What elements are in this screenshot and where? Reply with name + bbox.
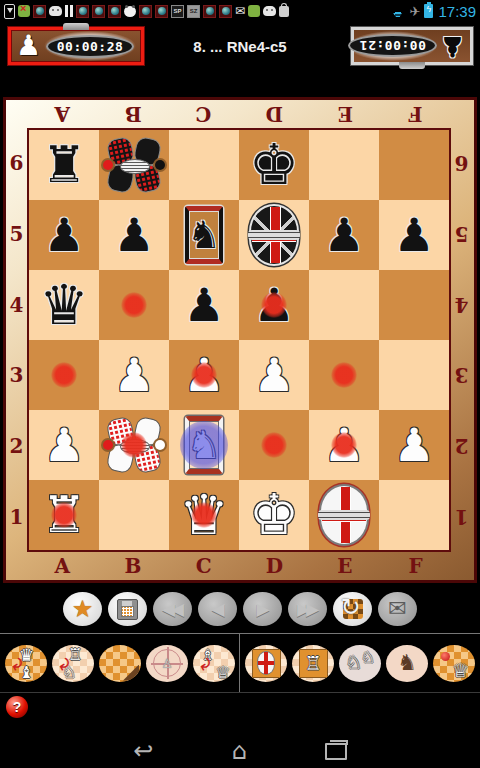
rank-label-3-left: 3 [6, 363, 27, 387]
flip-board-icon [343, 599, 363, 619]
gmail-icon: ✉ [235, 5, 245, 18]
square-a4[interactable]: ♛ [29, 270, 99, 340]
red-dot-overlay [331, 362, 357, 388]
piece-white-king: ♚ [249, 487, 299, 543]
square-e2[interactable]: ♟ [309, 410, 379, 480]
square-f4[interactable] [379, 270, 449, 340]
app-face-icon [263, 6, 276, 16]
queen-icon: ♕ [452, 661, 469, 680]
square-d5[interactable] [239, 200, 309, 270]
prev-move-button[interactable]: ◀ [198, 592, 237, 626]
square-f1[interactable] [379, 480, 449, 550]
palette-left-group: ♛♝↷♖♘↷♙♗♕↷ [0, 634, 240, 692]
variant-compass-pawn-button[interactable]: ♙ [146, 645, 188, 682]
red-dot-overlay [51, 362, 77, 388]
board-frame: ABCDEF 654321 ♜♚♟♟♞♟♟♛♟♟♟♟♟♟♞♟♟♜♛♚ 65432… [3, 97, 477, 583]
square-e1[interactable] [309, 480, 379, 550]
file-labels-bottom: ABCDEF [27, 552, 451, 580]
piece-black-pawn: ♟ [323, 212, 364, 258]
globe-notification-icon [139, 5, 152, 18]
piece-palette: ♛♝↷♖♘↷♙♗♕↷ ♖♘♘♞♕ [0, 633, 480, 693]
square-d6[interactable]: ♚ [239, 130, 309, 200]
skip-end-icon: ▶▶ [297, 601, 318, 618]
square-f5[interactable]: ♟ [379, 200, 449, 270]
app-face-icon [49, 6, 62, 16]
file-label-c-top: C [168, 102, 239, 126]
square-b2[interactable] [99, 410, 169, 480]
square-d1[interactable]: ♚ [239, 480, 309, 550]
square-b4[interactable] [99, 270, 169, 340]
square-b6[interactable] [99, 130, 169, 200]
chess-board: ♜♚♟♟♞♟♟♛♟♟♟♟♟♟♞♟♟♜♛♚ [27, 128, 451, 552]
square-b5[interactable]: ♟ [99, 200, 169, 270]
file-label-a-bottom: A [27, 554, 98, 578]
file-labels-top: ABCDEF [27, 100, 451, 128]
status-clock: 17:39 [438, 3, 476, 20]
piece-white-cross-piece [321, 486, 367, 544]
globe-notification-icon [92, 5, 105, 18]
red-dot-overlay [121, 292, 147, 318]
globe-notification-icon [33, 5, 46, 18]
next-icon: ▶ [256, 601, 268, 618]
red-dot-overlay [261, 432, 287, 458]
file-label-e-bottom: E [310, 554, 381, 578]
square-c5[interactable]: ♞ [169, 200, 239, 270]
red-dot-overlay [191, 362, 217, 388]
nav-back-icon[interactable]: ↩ [133, 739, 153, 763]
file-label-a-top: A [27, 102, 98, 126]
square-a1[interactable]: ♜ [29, 480, 99, 550]
red-dot-overlay [331, 432, 357, 458]
status-bar: SPSZ✉ ✈ 17:39 [0, 0, 480, 22]
file-label-c-bottom: C [168, 554, 239, 578]
piece-white-pawn: ♟ [253, 352, 294, 398]
piece-white-pawn: ♟ [393, 422, 434, 468]
red-dot-overlay [121, 432, 147, 458]
skip-start-icon: ◀◀ [162, 601, 183, 618]
square-d2[interactable] [239, 410, 309, 480]
android-robot-icon [248, 5, 260, 17]
square-f6[interactable] [379, 130, 449, 200]
rank-labels-right: 654321 [451, 128, 472, 552]
rose-icon [441, 652, 450, 661]
black-pawn-icon: ♟ [440, 31, 465, 61]
rank-label-2-left: 2 [6, 434, 27, 458]
usb-battery-icon [4, 4, 15, 19]
next-move-button[interactable]: ▶ [243, 592, 282, 626]
file-label-f-bottom: F [380, 554, 451, 578]
app-screen: SPSZ✉ ✈ 17:39 ♟ 00:00:28 8. ... RNe4-c5 … [0, 0, 480, 768]
rank-label-6-left: 6 [6, 151, 27, 175]
file-label-e-top: E [310, 102, 381, 126]
android-error-icon [18, 5, 30, 17]
red-dot-overlay [261, 292, 287, 318]
square-c6[interactable] [169, 130, 239, 200]
floppy-save-icon [117, 599, 138, 620]
save-button[interactable] [108, 592, 147, 626]
globe-notification-icon [203, 5, 216, 18]
globe-notification-icon [155, 5, 168, 18]
piece-black-king: ♚ [249, 137, 299, 193]
square-c1[interactable]: ♛ [169, 480, 239, 550]
piece-black-pawn: ♟ [113, 212, 154, 258]
nav-recents-icon[interactable] [325, 743, 347, 760]
square-c2[interactable]: ♞ [169, 410, 239, 480]
black-clock-glow: 00:00:21 [348, 31, 437, 61]
square-a5[interactable]: ♟ [29, 200, 99, 270]
cross-piece-icon [252, 649, 281, 678]
variant-bishop-queen-button[interactable]: ♗♕↷ [193, 645, 235, 682]
pause-icon [65, 5, 73, 17]
rank-label-6-right: 6 [451, 151, 472, 175]
file-label-b-bottom: B [98, 554, 169, 578]
square-e3[interactable] [309, 340, 379, 410]
square-e6[interactable] [309, 130, 379, 200]
favorite-button[interactable]: ★ [63, 592, 102, 626]
envelope-icon: ✉ [388, 598, 406, 620]
select-dark-knight-button[interactable]: ♞ [386, 645, 428, 682]
black-clock-time: 00:00:21 [348, 35, 437, 58]
rank-label-5-left: 5 [6, 222, 27, 246]
rook-frame-icon: ♖ [299, 649, 328, 678]
panda-app-icon [124, 6, 136, 17]
square-a3[interactable] [29, 340, 99, 410]
sz-icon: SZ [187, 5, 200, 18]
file-label-b-top: B [98, 102, 169, 126]
select-rook-button[interactable]: ♖ [292, 645, 334, 682]
flip-board-button[interactable] [333, 592, 372, 626]
file-label-d-top: D [239, 102, 310, 126]
footer-area: ? ↩ ⌂ [0, 693, 480, 768]
knight-icon: ♘ [345, 653, 362, 672]
square-c3[interactable]: ♟ [169, 340, 239, 410]
brush-icon [123, 665, 139, 681]
piece-black-quad-piece [107, 138, 161, 192]
rank-labels-left: 654321 [6, 128, 27, 552]
rank-label-4-left: 4 [6, 293, 27, 317]
globe-notification-icon [219, 5, 232, 18]
square-d4[interactable]: ♟ [239, 270, 309, 340]
piece-black-rook-knight: ♞ [185, 206, 223, 264]
rank-label-2-right: 2 [451, 434, 472, 458]
help-button[interactable]: ? [6, 696, 28, 718]
sp-on-icon: SP [171, 5, 184, 18]
android-nav-bar: ↩ ⌂ [0, 739, 480, 763]
rank-label-1-left: 1 [6, 505, 27, 529]
status-system-icons: ✈ [390, 4, 434, 18]
square-f2[interactable]: ♟ [379, 410, 449, 480]
piece-white-pawn: ♟ [113, 352, 154, 398]
piece-black-pawn: ♟ [393, 212, 434, 258]
rook-icon: ♖ [304, 654, 321, 673]
file-label-f-top: F [380, 102, 451, 126]
black-clock[interactable]: ♟ 00:00:21 [351, 27, 473, 65]
clock-bar: ♟ 00:00:28 8. ... RNe4-c5 ♟ 00:00:21 [0, 22, 480, 75]
store-bag-icon [279, 6, 289, 17]
piece-black-pawn: ♟ [43, 212, 84, 258]
game-toolbar: ★◀◀◀▶▶▶✉ [0, 585, 480, 633]
square-b3[interactable]: ♟ [99, 340, 169, 410]
square-b1[interactable] [99, 480, 169, 550]
piece-black-pawn: ♟ [183, 282, 224, 328]
status-notification-icons: SPSZ✉ [4, 4, 387, 19]
airplane-mode-icon: ✈ [410, 5, 421, 18]
knight-icon: ♞ [397, 652, 417, 674]
globe-notification-icon [108, 5, 121, 18]
knight-glyph: ♞ [187, 216, 221, 254]
palette-right-group: ♖♘♘♞♕ [240, 634, 480, 692]
piece-black-queen: ♛ [39, 278, 88, 333]
last-move-button[interactable]: ▶▶ [288, 592, 327, 626]
piece-black-cross-piece [251, 206, 297, 264]
rank-label-5-right: 5 [451, 222, 472, 246]
queen-icon: ♕ [216, 665, 230, 681]
piece-black-rook: ♜ [42, 140, 87, 190]
first-move-button[interactable]: ◀◀ [153, 592, 192, 626]
select-cross-piece-button[interactable] [245, 645, 287, 682]
knight-icon: ♘ [361, 650, 375, 666]
square-a6[interactable]: ♜ [29, 130, 99, 200]
square-d3[interactable]: ♟ [239, 340, 309, 410]
square-e5[interactable]: ♟ [309, 200, 379, 270]
wifi-icon [390, 6, 406, 17]
rank-label-1-right: 1 [451, 505, 472, 529]
red-dot-overlay [191, 502, 217, 528]
board-area: ABCDEF 654321 ♜♚♟♟♞♟♟♛♟♟♟♟♟♟♞♟♟♜♛♚ 65432… [0, 97, 480, 583]
variant-queen-bishop-button[interactable]: ♛♝↷ [5, 645, 47, 682]
select-queen-rose-button[interactable]: ♕ [433, 645, 475, 682]
file-label-d-bottom: D [239, 554, 310, 578]
rank-label-4-right: 4 [451, 293, 472, 317]
square-f3[interactable] [379, 340, 449, 410]
rank-label-3-right: 3 [451, 363, 472, 387]
pawn-icon: ♙ [161, 657, 173, 670]
board-editor-button[interactable] [99, 645, 141, 682]
square-e4[interactable] [309, 270, 379, 340]
send-mail-button[interactable]: ✉ [378, 592, 417, 626]
nav-home-icon[interactable]: ⌂ [231, 739, 246, 763]
battery-charging-icon [424, 4, 433, 18]
globe-notification-icon [76, 5, 89, 18]
red-dot-overlay [51, 502, 77, 528]
prev-icon: ◀ [211, 601, 223, 618]
star-icon: ★ [72, 597, 94, 621]
variant-rook-knight-button[interactable]: ♖♘↷ [52, 645, 94, 682]
blue-selection-overlay [180, 421, 228, 469]
square-c4[interactable]: ♟ [169, 270, 239, 340]
piece-white-pawn: ♟ [43, 422, 84, 468]
select-white-knights-button[interactable]: ♘♘ [339, 645, 381, 682]
square-a2[interactable]: ♟ [29, 410, 99, 480]
